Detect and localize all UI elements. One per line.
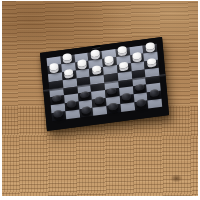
white-piece <box>90 49 100 57</box>
black-piece <box>94 97 104 105</box>
black-piece <box>54 110 64 118</box>
black-piece <box>81 106 91 114</box>
black-piece <box>149 89 159 97</box>
black-piece <box>80 91 90 99</box>
white-piece <box>62 53 72 61</box>
white-piece <box>49 63 59 71</box>
hinge-notch <box>92 45 100 49</box>
dark-square <box>52 112 66 122</box>
white-piece <box>132 52 142 60</box>
white-piece <box>91 65 101 73</box>
white-piece <box>146 58 156 66</box>
product-photo <box>0 0 200 200</box>
board-grid <box>47 44 163 122</box>
light-square <box>120 102 134 112</box>
dark-square <box>79 108 93 118</box>
black-piece <box>52 94 62 102</box>
white-piece <box>104 55 114 63</box>
light-square <box>148 99 162 109</box>
white-piece <box>145 42 155 50</box>
black-piece <box>109 103 119 111</box>
black-piece <box>135 83 145 91</box>
black-piece <box>136 99 146 107</box>
white-piece <box>119 62 129 70</box>
white-piece <box>117 46 127 54</box>
dark-square <box>107 104 121 114</box>
black-piece <box>122 93 132 101</box>
black-piece <box>107 87 117 95</box>
black-piece <box>67 100 77 108</box>
white-piece <box>77 59 87 67</box>
dark-square <box>134 101 148 111</box>
light-square <box>65 110 79 120</box>
checkers-board <box>40 37 169 131</box>
white-piece <box>64 69 74 77</box>
light-square <box>93 106 107 116</box>
